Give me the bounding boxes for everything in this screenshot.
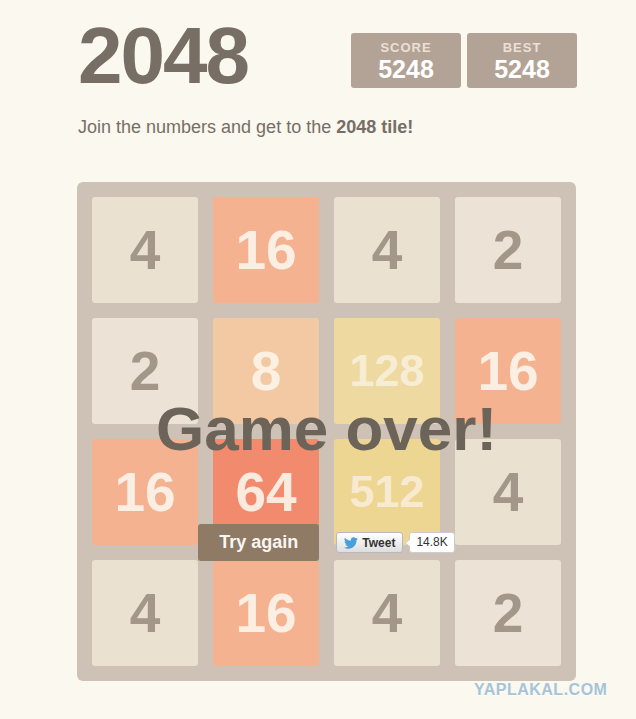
- score-container: SCORE 5248 BEST 5248: [351, 33, 577, 88]
- best-label: BEST: [467, 41, 577, 55]
- intro-bold-text: 2048 tile!: [336, 117, 413, 137]
- game-over-overlay: Game over! Try again Tweet 14.8K: [77, 182, 576, 681]
- best-value: 5248: [467, 55, 577, 83]
- twitter-bird-icon: [344, 537, 358, 549]
- page: 2048 SCORE 5248 BEST 5248 Join the numbe…: [0, 0, 636, 719]
- score-value: 5248: [351, 55, 461, 83]
- tweet-button-label: Tweet: [362, 536, 395, 550]
- try-again-button[interactable]: Try again: [198, 524, 319, 561]
- watermark: YAPLAKAL.COM: [474, 681, 607, 699]
- game-intro-text: Join the numbers and get to the 2048 til…: [78, 115, 413, 139]
- overlay-buttons-row: Try again Tweet 14.8K: [77, 524, 576, 561]
- tweet-widget: Tweet 14.8K: [336, 532, 454, 553]
- score-label: SCORE: [351, 41, 461, 55]
- page-title: 2048: [78, 16, 248, 96]
- best-box: BEST 5248: [467, 33, 577, 88]
- game-board: 4164228128161664512441642 Game over! Try…: [77, 182, 576, 681]
- game-over-message: Game over!: [77, 394, 576, 464]
- intro-normal-text: Join the numbers and get to the: [78, 117, 336, 137]
- tweet-count-badge[interactable]: 14.8K: [409, 532, 454, 553]
- score-box: SCORE 5248: [351, 33, 461, 88]
- tweet-button[interactable]: Tweet: [336, 532, 403, 553]
